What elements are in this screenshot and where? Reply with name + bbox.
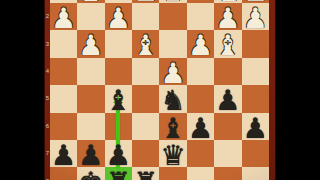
square-f5[interactable]: ♝ — [105, 85, 132, 112]
square-d3[interactable] — [159, 30, 186, 57]
square-e3[interactable]: ♝ — [132, 30, 159, 57]
white-bishop-e3[interactable]: ♝ — [132, 32, 159, 59]
board-border-right — [269, 0, 276, 180]
square-g3[interactable]: ♟ — [77, 30, 104, 57]
square-c2[interactable] — [187, 3, 214, 30]
white-bishop-b3[interactable]: ♝ — [214, 32, 241, 59]
square-d7[interactable]: ♛ — [159, 140, 186, 167]
square-f7[interactable]: ♟ — [105, 140, 132, 167]
black-pawn-f7[interactable]: ♟ — [105, 141, 132, 168]
square-f2[interactable]: ♟ — [105, 3, 132, 30]
black-queen-d7[interactable]: ♛ — [159, 141, 186, 168]
black-pawn-b5[interactable]: ♟ — [214, 87, 241, 114]
square-a8[interactable] — [242, 167, 269, 180]
square-b7[interactable] — [214, 140, 241, 167]
white-pawn-a2[interactable]: ♟ — [242, 5, 269, 32]
square-d6[interactable]: ♝ — [159, 113, 186, 140]
square-h7[interactable]: ♟ — [50, 140, 77, 167]
square-b8[interactable] — [214, 167, 241, 180]
square-h4[interactable] — [50, 58, 77, 85]
square-f4[interactable] — [105, 58, 132, 85]
board-grid: ♚♜♛♞♜♟♟♟♟♟♝♟♝♟♝♞♟♝♟♟♟♟♟♛♚♜♜ — [50, 0, 269, 180]
square-b5[interactable]: ♟ — [214, 85, 241, 112]
square-g7[interactable]: ♟ — [77, 140, 104, 167]
square-a5[interactable] — [242, 85, 269, 112]
square-c3[interactable]: ♟ — [187, 30, 214, 57]
black-bishop-f5[interactable]: ♝ — [105, 87, 132, 114]
square-g8[interactable]: ♚ — [77, 167, 104, 180]
square-b3[interactable]: ♝ — [214, 30, 241, 57]
white-pawn-h2[interactable]: ♟ — [50, 5, 77, 32]
square-h6[interactable] — [50, 113, 77, 140]
square-c5[interactable] — [187, 85, 214, 112]
square-c6[interactable]: ♟ — [187, 113, 214, 140]
white-pawn-g3[interactable]: ♟ — [77, 32, 104, 59]
square-h5[interactable] — [50, 85, 77, 112]
white-pawn-f2[interactable]: ♟ — [105, 5, 132, 32]
square-a2[interactable]: ♟ — [242, 3, 269, 30]
black-rook-e8[interactable]: ♜ — [132, 169, 159, 180]
black-king-g8[interactable]: ♚ — [77, 169, 104, 180]
square-e7[interactable] — [132, 140, 159, 167]
square-d5[interactable]: ♞ — [159, 85, 186, 112]
square-e5[interactable] — [132, 85, 159, 112]
black-pawn-g7[interactable]: ♟ — [77, 141, 104, 168]
white-queen-d1[interactable]: ♛ — [159, 0, 186, 5]
square-f8[interactable]: ♜ — [105, 167, 132, 180]
square-e6[interactable] — [132, 113, 159, 140]
white-rook-e1[interactable]: ♜ — [132, 0, 159, 5]
square-e1[interactable]: ♜ — [132, 0, 159, 3]
video-frame: 12345678 ♚♜♛♞♜♟♟♟♟♟♝♟♝♟♝♞♟♝♟♟♟♟♟♛♚♜♜ — [0, 0, 320, 180]
black-rook-f8[interactable]: ♜ — [105, 169, 132, 180]
black-pawn-a6[interactable]: ♟ — [242, 114, 269, 141]
square-g6[interactable] — [77, 113, 104, 140]
square-b2[interactable]: ♟ — [214, 3, 241, 30]
chess-board: 12345678 ♚♜♛♞♜♟♟♟♟♟♝♟♝♟♝♞♟♝♟♟♟♟♟♛♚♜♜ — [44, 0, 276, 180]
white-pawn-d4[interactable]: ♟ — [159, 59, 186, 86]
white-pawn-b2[interactable]: ♟ — [214, 5, 241, 32]
square-g5[interactable] — [77, 85, 104, 112]
black-bishop-d6[interactable]: ♝ — [159, 114, 186, 141]
square-h2[interactable]: ♟ — [50, 3, 77, 30]
white-king-g1[interactable]: ♚ — [77, 0, 104, 5]
square-a6[interactable]: ♟ — [242, 113, 269, 140]
black-pawn-h7[interactable]: ♟ — [50, 141, 77, 168]
square-d1[interactable]: ♛ — [159, 0, 186, 3]
square-d4[interactable]: ♟ — [159, 58, 186, 85]
square-e8[interactable]: ♜ — [132, 167, 159, 180]
square-a4[interactable] — [242, 58, 269, 85]
square-g1[interactable]: ♚ — [77, 0, 104, 3]
square-c8[interactable] — [187, 167, 214, 180]
white-pawn-c3[interactable]: ♟ — [187, 32, 214, 59]
black-pawn-c6[interactable]: ♟ — [187, 114, 214, 141]
black-knight-d5[interactable]: ♞ — [159, 87, 186, 114]
